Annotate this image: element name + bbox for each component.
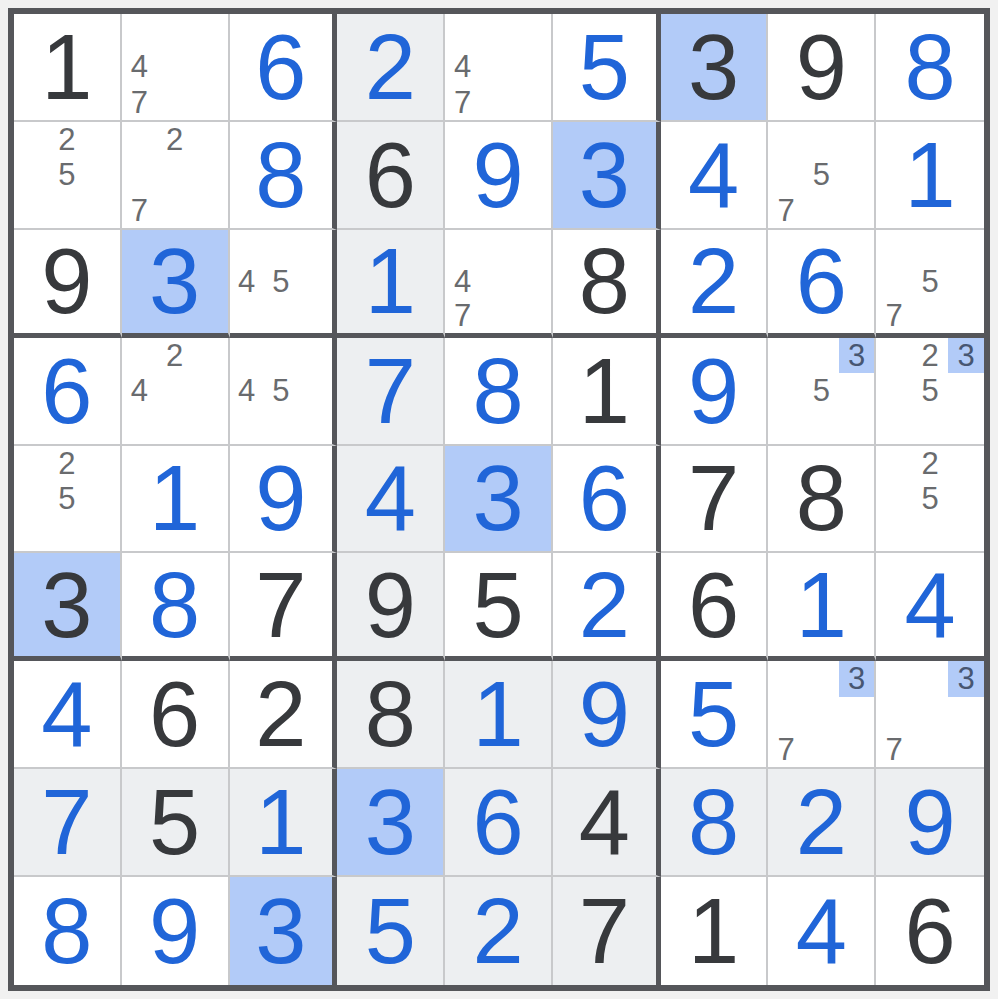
pencil-mark-9 — [192, 85, 227, 120]
pencil-mark-9 — [192, 408, 227, 443]
pencil-mark-6 — [192, 373, 227, 408]
pencil-mark-7 — [122, 408, 157, 443]
given-digit: 8 — [579, 235, 630, 327]
pencil-mark-9 — [948, 516, 984, 551]
pencil-mark-2: 2 — [157, 338, 192, 373]
pencil-mark-7 — [230, 408, 264, 443]
given-digit: 6 — [365, 129, 416, 221]
pencil-mark-2 — [157, 14, 192, 49]
user-digit: 6 — [796, 235, 847, 327]
pencil-mark-1 — [876, 661, 912, 696]
cell-r6c9[interactable]: 4 — [876, 553, 984, 661]
cell-r2c5[interactable]: 9 — [445, 122, 553, 230]
cell-r3c6[interactable]: 8 — [553, 230, 661, 338]
cell-r5c9[interactable]: 25 — [876, 446, 984, 554]
pencil-mark-4 — [876, 481, 912, 516]
pencil-mark-6 — [192, 49, 227, 84]
user-digit: 2 — [579, 559, 630, 651]
pencil-mark-6 — [85, 157, 120, 192]
pencil-mark-3 — [839, 122, 874, 157]
pencil-mark-6 — [516, 264, 551, 298]
pencil-mark-2 — [912, 661, 948, 696]
pencil-mark-7: 7 — [876, 732, 912, 767]
cell-r9c3[interactable]: 3 — [230, 877, 338, 985]
user-digit: 4 — [41, 668, 92, 760]
pencil-mark-3 — [192, 122, 227, 157]
pencil-mark-3 — [516, 230, 551, 264]
user-digit: 8 — [41, 885, 92, 977]
user-digit: 8 — [149, 559, 200, 651]
cell-r3c2[interactable]: 3 — [122, 230, 230, 338]
pencil-mark-8 — [912, 516, 948, 551]
pencil-marks: 45 — [230, 230, 333, 333]
pencil-mark-8 — [804, 732, 839, 767]
cell-r8c3[interactable]: 1 — [230, 769, 338, 877]
pencil-marks: 37 — [876, 661, 984, 767]
pencil-mark-2 — [804, 661, 839, 696]
cell-r4c2[interactable]: 24 — [122, 338, 230, 446]
cell-r6c4[interactable]: 9 — [337, 553, 445, 661]
cell-r9c9[interactable]: 6 — [876, 877, 984, 985]
user-digit: 2 — [365, 21, 416, 113]
pencil-mark-8 — [49, 516, 84, 551]
pencil-mark-8 — [480, 298, 515, 332]
cell-r3c3[interactable]: 45 — [230, 230, 338, 338]
pencil-marks: 235 — [876, 338, 984, 444]
user-digit: 9 — [255, 452, 306, 544]
pencil-mark-1 — [122, 338, 157, 373]
pencil-mark-5: 5 — [912, 373, 948, 408]
cell-r9c6[interactable]: 7 — [553, 877, 661, 985]
pencil-mark-9 — [839, 408, 874, 443]
pencil-mark-9 — [85, 192, 120, 227]
given-digit: 1 — [579, 345, 630, 437]
user-digit: 7 — [365, 345, 416, 437]
pencil-mark-4: 4 — [445, 49, 480, 84]
given-digit: 3 — [41, 559, 92, 651]
user-digit: 7 — [41, 776, 92, 868]
pencil-mark-4 — [122, 157, 157, 192]
pencil-mark-8 — [157, 192, 192, 227]
pencil-mark-2 — [804, 122, 839, 157]
pencil-mark-5 — [480, 264, 515, 298]
pencil-mark-2 — [480, 14, 515, 49]
pencil-mark-9 — [948, 408, 984, 443]
cell-r8c5[interactable]: 6 — [445, 769, 553, 877]
cell-r4c9[interactable]: 235 — [876, 338, 984, 446]
pencil-mark-4: 4 — [230, 373, 264, 408]
cell-r3c7[interactable]: 2 — [661, 230, 769, 338]
cell-r2c2[interactable]: 27 — [122, 122, 230, 230]
pencil-mark-6 — [298, 264, 332, 298]
given-digit: 1 — [688, 885, 739, 977]
user-digit: 5 — [688, 668, 739, 760]
cell-r3c1[interactable]: 9 — [14, 230, 122, 338]
pencil-mark-3 — [948, 446, 984, 481]
pencil-mark-8 — [480, 85, 515, 120]
pencil-mark-8 — [264, 408, 298, 443]
user-digit: 6 — [255, 21, 306, 113]
user-digit: 4 — [796, 885, 847, 977]
pencil-mark-2: 2 — [912, 446, 948, 481]
given-digit: 6 — [149, 668, 200, 760]
pencil-mark-7: 7 — [768, 192, 803, 227]
user-digit: 8 — [688, 776, 739, 868]
cell-r5c7[interactable]: 7 — [661, 446, 769, 554]
cell-r8c1[interactable]: 7 — [14, 769, 122, 877]
cell-r2c4[interactable]: 6 — [337, 122, 445, 230]
user-digit: 4 — [688, 129, 739, 221]
user-digit: 1 — [796, 559, 847, 651]
cell-r7c6[interactable]: 9 — [553, 661, 661, 769]
cell-r1c6[interactable]: 5 — [553, 14, 661, 122]
given-digit: 4 — [579, 776, 630, 868]
user-digit: 8 — [905, 21, 956, 113]
cell-r7c4[interactable]: 8 — [337, 661, 445, 769]
pencil-mark-6 — [839, 157, 874, 192]
pencil-mark-4: 4 — [122, 49, 157, 84]
cell-r4c1[interactable]: 6 — [14, 338, 122, 446]
pencil-mark-7 — [14, 192, 49, 227]
pencil-mark-5: 5 — [912, 264, 948, 298]
pencil-mark-2 — [264, 338, 298, 373]
user-digit: 3 — [255, 885, 306, 977]
pencil-mark-9 — [948, 298, 984, 332]
pencil-mark-1 — [445, 14, 480, 49]
pencil-marks: 47 — [122, 14, 228, 120]
cell-r5c6[interactable]: 6 — [553, 446, 661, 554]
cell-r8c6[interactable]: 4 — [553, 769, 661, 877]
cell-r1c3[interactable]: 6 — [230, 14, 338, 122]
pencil-marks: 47 — [445, 230, 551, 333]
cell-r4c5[interactable]: 8 — [445, 338, 553, 446]
pencil-mark-4 — [768, 697, 803, 732]
cell-r9c2[interactable]: 9 — [122, 877, 230, 985]
pencil-mark-4: 4 — [122, 373, 157, 408]
pencil-mark-6 — [85, 481, 120, 516]
pencil-mark-1 — [14, 122, 49, 157]
given-digit: 9 — [41, 235, 92, 327]
cell-r6c1[interactable]: 3 — [14, 553, 122, 661]
user-digit: 1 — [365, 235, 416, 327]
pencil-mark-1 — [876, 446, 912, 481]
pencil-mark-6 — [948, 264, 984, 298]
pencil-mark-9 — [948, 732, 984, 767]
pencil-mark-5 — [912, 697, 948, 732]
cell-r3c9[interactable]: 57 — [876, 230, 984, 338]
user-digit: 2 — [796, 776, 847, 868]
user-digit: 1 — [149, 452, 200, 544]
cell-r5c4[interactable]: 4 — [337, 446, 445, 554]
user-digit: 5 — [579, 21, 630, 113]
pencil-mark-6 — [839, 373, 874, 408]
pencil-mark-8 — [157, 408, 192, 443]
pencil-mark-7 — [768, 408, 803, 443]
pencil-mark-5: 5 — [49, 481, 84, 516]
user-digit: 4 — [905, 559, 956, 651]
user-digit: 1 — [472, 668, 523, 760]
pencil-mark-3 — [298, 338, 332, 373]
pencil-mark-7: 7 — [122, 85, 157, 120]
given-digit: 5 — [149, 776, 200, 868]
user-digit: 9 — [472, 129, 523, 221]
pencil-mark-7 — [14, 516, 49, 551]
pencil-mark-8 — [912, 408, 948, 443]
pencil-mark-7: 7 — [122, 192, 157, 227]
cell-r2c9[interactable]: 1 — [876, 122, 984, 230]
cell-r9c5[interactable]: 2 — [445, 877, 553, 985]
cell-r1c9[interactable]: 8 — [876, 14, 984, 122]
cell-r2c6[interactable]: 3 — [553, 122, 661, 230]
user-digit: 8 — [255, 129, 306, 221]
pencil-marks: 27 — [122, 122, 228, 228]
user-digit: 2 — [688, 235, 739, 327]
pencil-mark-7: 7 — [445, 298, 480, 332]
cell-r4c7[interactable]: 9 — [661, 338, 769, 446]
cell-r5c2[interactable]: 1 — [122, 446, 230, 554]
pencil-mark-4 — [768, 373, 803, 408]
cell-r8c9[interactable]: 9 — [876, 769, 984, 877]
cell-r3c5[interactable]: 47 — [445, 230, 553, 338]
given-digit: 7 — [579, 885, 630, 977]
pencil-mark-2 — [804, 338, 839, 373]
pencil-marks: 25 — [876, 446, 984, 552]
user-digit: 1 — [905, 129, 956, 221]
pencil-mark-9 — [516, 298, 551, 332]
cell-r6c8[interactable]: 1 — [768, 553, 876, 661]
pencil-mark-9 — [839, 192, 874, 227]
pencil-mark-1 — [230, 230, 264, 264]
cell-r1c1[interactable]: 1 — [14, 14, 122, 122]
cell-r5c1[interactable]: 25 — [14, 446, 122, 554]
pencil-mark-3: 3 — [948, 338, 984, 373]
pencil-mark-5: 5 — [264, 264, 298, 298]
pencil-mark-4 — [876, 697, 912, 732]
pencil-marks: 57 — [768, 122, 874, 228]
cell-r5c8[interactable]: 8 — [768, 446, 876, 554]
pencil-mark-9 — [839, 732, 874, 767]
pencil-mark-7 — [876, 408, 912, 443]
pencil-mark-8 — [912, 732, 948, 767]
pencil-mark-7: 7 — [768, 732, 803, 767]
pencil-mark-8 — [804, 192, 839, 227]
pencil-mark-1 — [122, 14, 157, 49]
cell-r3c8[interactable]: 6 — [768, 230, 876, 338]
pencil-mark-2 — [480, 230, 515, 264]
given-digit: 8 — [796, 452, 847, 544]
pencil-mark-3 — [192, 14, 227, 49]
pencil-mark-3: 3 — [839, 338, 874, 373]
user-digit: 6 — [579, 452, 630, 544]
pencil-mark-9 — [516, 85, 551, 120]
given-digit: 6 — [688, 559, 739, 651]
user-digit: 8 — [472, 345, 523, 437]
user-digit: 1 — [255, 776, 306, 868]
cell-r6c5[interactable]: 5 — [445, 553, 553, 661]
pencil-mark-4 — [876, 373, 912, 408]
cell-r2c8[interactable]: 57 — [768, 122, 876, 230]
pencil-mark-4 — [14, 481, 49, 516]
pencil-mark-6 — [839, 697, 874, 732]
cell-r2c1[interactable]: 25 — [14, 122, 122, 230]
pencil-mark-5: 5 — [264, 373, 298, 408]
cell-r5c3[interactable]: 9 — [230, 446, 338, 554]
given-digit: 9 — [365, 559, 416, 651]
pencil-mark-2: 2 — [49, 122, 84, 157]
cell-r4c6[interactable]: 1 — [553, 338, 661, 446]
user-digit: 9 — [688, 345, 739, 437]
cell-r5c5[interactable]: 3 — [445, 446, 553, 554]
cell-r9c4[interactable]: 5 — [337, 877, 445, 985]
pencil-mark-4 — [768, 157, 803, 192]
pencil-mark-3 — [516, 14, 551, 49]
given-digit: 7 — [255, 559, 306, 651]
pencil-mark-9 — [298, 408, 332, 443]
pencil-mark-8 — [157, 85, 192, 120]
user-digit: 6 — [41, 345, 92, 437]
pencil-mark-1 — [876, 338, 912, 373]
pencil-mark-5 — [157, 157, 192, 192]
pencil-mark-1 — [876, 230, 912, 264]
cell-r7c3[interactable]: 2 — [230, 661, 338, 769]
pencil-mark-5 — [480, 49, 515, 84]
pencil-mark-5 — [804, 697, 839, 732]
cell-r7c7[interactable]: 5 — [661, 661, 769, 769]
cell-r7c8[interactable]: 37 — [768, 661, 876, 769]
given-digit: 9 — [796, 21, 847, 113]
cell-r1c2[interactable]: 47 — [122, 14, 230, 122]
pencil-marks: 45 — [230, 338, 333, 444]
pencil-mark-8 — [264, 298, 298, 332]
pencil-mark-4: 4 — [230, 264, 264, 298]
cell-r6c6[interactable]: 2 — [553, 553, 661, 661]
given-digit: 8 — [365, 668, 416, 760]
cell-r3c4[interactable]: 1 — [337, 230, 445, 338]
pencil-mark-3: 3 — [948, 661, 984, 696]
pencil-mark-2: 2 — [49, 446, 84, 481]
user-digit: 6 — [472, 776, 523, 868]
pencil-mark-1 — [14, 446, 49, 481]
pencil-mark-5: 5 — [804, 373, 839, 408]
cell-r7c1[interactable]: 4 — [14, 661, 122, 769]
pencil-mark-6 — [192, 157, 227, 192]
pencil-marks: 24 — [122, 338, 228, 444]
pencil-mark-8 — [804, 408, 839, 443]
pencil-marks: 47 — [445, 14, 551, 120]
pencil-mark-7 — [876, 516, 912, 551]
pencil-mark-4 — [14, 157, 49, 192]
pencil-mark-2 — [264, 230, 298, 264]
pencil-mark-7: 7 — [445, 85, 480, 120]
pencil-marks: 25 — [14, 122, 120, 228]
pencil-mark-5: 5 — [49, 157, 84, 192]
pencil-mark-5 — [157, 49, 192, 84]
cell-r7c5[interactable]: 1 — [445, 661, 553, 769]
pencil-mark-8 — [49, 192, 84, 227]
cell-r8c7[interactable]: 8 — [661, 769, 769, 877]
cell-r9c7[interactable]: 1 — [661, 877, 769, 985]
cell-r4c8[interactable]: 35 — [768, 338, 876, 446]
given-digit: 1 — [41, 21, 92, 113]
cell-r4c3[interactable]: 45 — [230, 338, 338, 446]
pencil-mark-2: 2 — [157, 122, 192, 157]
cell-r6c2[interactable]: 8 — [122, 553, 230, 661]
pencil-mark-9 — [192, 192, 227, 227]
pencil-mark-6 — [948, 373, 984, 408]
pencil-marks: 25 — [14, 446, 120, 552]
pencil-mark-9 — [85, 516, 120, 551]
given-digit: 7 — [688, 452, 739, 544]
cell-r6c7[interactable]: 6 — [661, 553, 769, 661]
cell-r2c7[interactable]: 4 — [661, 122, 769, 230]
pencil-mark-6 — [948, 697, 984, 732]
user-digit: 3 — [472, 452, 523, 544]
pencil-mark-3: 3 — [839, 661, 874, 696]
user-digit: 3 — [579, 129, 630, 221]
pencil-mark-1 — [768, 338, 803, 373]
user-digit: 4 — [365, 452, 416, 544]
cell-r8c2[interactable]: 5 — [122, 769, 230, 877]
pencil-mark-8 — [912, 298, 948, 332]
sudoku-board: 1476247539825278693457193451478265762445… — [8, 8, 990, 991]
cell-r6c3[interactable]: 7 — [230, 553, 338, 661]
pencil-mark-6 — [516, 49, 551, 84]
user-digit: 2 — [472, 885, 523, 977]
cell-r1c7[interactable]: 3 — [661, 14, 769, 122]
cell-r1c8[interactable]: 9 — [768, 14, 876, 122]
given-digit: 3 — [688, 21, 739, 113]
pencil-mark-3 — [85, 122, 120, 157]
pencil-mark-3 — [85, 446, 120, 481]
pencil-mark-3 — [948, 230, 984, 264]
pencil-mark-4 — [876, 264, 912, 298]
pencil-marks: 37 — [768, 661, 874, 767]
pencil-mark-3 — [192, 338, 227, 373]
cell-r1c5[interactable]: 47 — [445, 14, 553, 122]
user-digit: 9 — [149, 885, 200, 977]
cell-r7c2[interactable]: 6 — [122, 661, 230, 769]
cell-r9c8[interactable]: 4 — [768, 877, 876, 985]
cell-r2c3[interactable]: 8 — [230, 122, 338, 230]
cell-r7c9[interactable]: 37 — [876, 661, 984, 769]
pencil-mark-1 — [445, 230, 480, 264]
pencil-mark-1 — [768, 661, 803, 696]
pencil-mark-1 — [230, 338, 264, 373]
cell-r8c8[interactable]: 2 — [768, 769, 876, 877]
user-digit: 9 — [905, 776, 956, 868]
cell-r9c1[interactable]: 8 — [14, 877, 122, 985]
user-digit: 9 — [579, 668, 630, 760]
given-digit: 5 — [472, 559, 523, 651]
pencil-mark-6 — [948, 481, 984, 516]
given-digit: 6 — [905, 885, 956, 977]
pencil-mark-1 — [122, 122, 157, 157]
pencil-mark-2: 2 — [912, 338, 948, 373]
user-digit: 3 — [149, 235, 200, 327]
cell-r4c4[interactable]: 7 — [337, 338, 445, 446]
pencil-mark-5: 5 — [804, 157, 839, 192]
pencil-mark-9 — [298, 298, 332, 332]
pencil-mark-4: 4 — [445, 264, 480, 298]
cell-r1c4[interactable]: 2 — [337, 14, 445, 122]
pencil-mark-5: 5 — [912, 481, 948, 516]
pencil-mark-7 — [230, 298, 264, 332]
pencil-mark-2 — [912, 230, 948, 264]
pencil-marks: 57 — [876, 230, 984, 333]
user-digit: 3 — [365, 776, 416, 868]
cell-r8c4[interactable]: 3 — [337, 769, 445, 877]
pencil-mark-7: 7 — [876, 298, 912, 332]
